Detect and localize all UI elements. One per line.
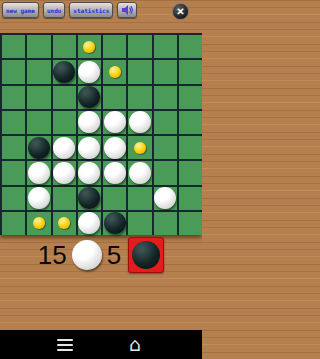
- white-stone: [78, 61, 100, 83]
- cell-a5[interactable]: [2, 136, 25, 159]
- speaker-icon: [121, 4, 133, 17]
- black-score-count: 5: [107, 242, 121, 268]
- cell-e6[interactable]: [103, 161, 126, 184]
- cell-f2[interactable]: [128, 60, 151, 83]
- hamburger-menu-icon: [57, 339, 73, 351]
- cell-b5[interactable]: [27, 136, 50, 159]
- legal-move-hint: [33, 217, 45, 229]
- white-stone: [78, 137, 100, 159]
- cell-a2[interactable]: [2, 60, 25, 83]
- cell-b4[interactable]: [27, 111, 50, 134]
- cell-h5[interactable]: [179, 136, 202, 159]
- close-icon: ✕: [176, 7, 184, 17]
- top-toolbar: new game undo statistics ✕: [0, 0, 202, 33]
- black-stone: [53, 61, 75, 83]
- cell-f4[interactable]: [128, 111, 151, 134]
- cell-f3[interactable]: [128, 86, 151, 109]
- sound-button[interactable]: [117, 2, 137, 18]
- legal-move-hint: [134, 142, 146, 154]
- cell-g2[interactable]: [154, 60, 177, 83]
- cell-h2[interactable]: [179, 60, 202, 83]
- black-stone: [78, 187, 100, 209]
- cell-b8[interactable]: [27, 212, 50, 235]
- legal-move-hint: [83, 41, 95, 53]
- cell-d3[interactable]: [78, 86, 101, 109]
- cell-g6[interactable]: [154, 161, 177, 184]
- cell-h8[interactable]: [179, 212, 202, 235]
- white-stone: [28, 162, 50, 184]
- black-stone: [28, 137, 50, 159]
- cell-g3[interactable]: [154, 86, 177, 109]
- cell-f7[interactable]: [128, 187, 151, 210]
- cell-h7[interactable]: [179, 187, 202, 210]
- new-game-button[interactable]: new game: [2, 2, 39, 18]
- white-stone: [104, 137, 126, 159]
- statistics-button[interactable]: statistics: [69, 2, 113, 18]
- turn-indicator: [128, 237, 164, 273]
- white-stone: [53, 162, 75, 184]
- cell-a6[interactable]: [2, 161, 25, 184]
- cell-a4[interactable]: [2, 111, 25, 134]
- cell-g5[interactable]: [154, 136, 177, 159]
- cell-f1[interactable]: [128, 35, 151, 58]
- legal-move-hint: [109, 66, 121, 78]
- undo-button[interactable]: undo: [43, 2, 65, 18]
- cell-f5[interactable]: [128, 136, 151, 159]
- white-stone: [129, 162, 151, 184]
- cell-f8[interactable]: [128, 212, 151, 235]
- cell-b3[interactable]: [27, 86, 50, 109]
- cell-c6[interactable]: [53, 161, 76, 184]
- cell-e7[interactable]: [103, 187, 126, 210]
- cell-c5[interactable]: [53, 136, 76, 159]
- android-nav-bar: ⌂: [0, 330, 202, 359]
- white-stone: [129, 111, 151, 133]
- cell-a7[interactable]: [2, 187, 25, 210]
- white-stone: [78, 111, 100, 133]
- white-stone: [104, 111, 126, 133]
- cell-h4[interactable]: [179, 111, 202, 134]
- cell-f6[interactable]: [128, 161, 151, 184]
- legal-move-hint: [58, 217, 70, 229]
- close-button[interactable]: ✕: [172, 3, 189, 20]
- cell-h1[interactable]: [179, 35, 202, 58]
- cell-d6[interactable]: [78, 161, 101, 184]
- cell-d8[interactable]: [78, 212, 101, 235]
- cell-d7[interactable]: [78, 187, 101, 210]
- cell-d5[interactable]: [78, 136, 101, 159]
- cell-e4[interactable]: [103, 111, 126, 134]
- cell-a3[interactable]: [2, 86, 25, 109]
- white-stone: [104, 162, 126, 184]
- cell-b7[interactable]: [27, 187, 50, 210]
- cell-c4[interactable]: [53, 111, 76, 134]
- cell-d2[interactable]: [78, 60, 101, 83]
- cell-c3[interactable]: [53, 86, 76, 109]
- home-icon: ⌂: [129, 335, 141, 354]
- white-stone: [78, 162, 100, 184]
- menu-button[interactable]: [0, 330, 101, 359]
- white-stone: [53, 137, 75, 159]
- cell-e3[interactable]: [103, 86, 126, 109]
- cell-e2[interactable]: [103, 60, 126, 83]
- cell-a1[interactable]: [2, 35, 25, 58]
- white-stone: [78, 212, 100, 234]
- white-stone: [154, 187, 176, 209]
- home-button[interactable]: ⌂: [101, 330, 202, 359]
- cell-g8[interactable]: [154, 212, 177, 235]
- black-stone: [104, 212, 126, 234]
- cell-h3[interactable]: [179, 86, 202, 109]
- cell-h6[interactable]: [179, 161, 202, 184]
- cell-c8[interactable]: [53, 212, 76, 235]
- white-score-count: 15: [38, 242, 67, 268]
- white-stone: [28, 187, 50, 209]
- game-board: [0, 33, 202, 235]
- black-stone: [78, 86, 100, 108]
- cell-c1[interactable]: [53, 35, 76, 58]
- cell-g4[interactable]: [154, 111, 177, 134]
- cell-e8[interactable]: [103, 212, 126, 235]
- cell-e5[interactable]: [103, 136, 126, 159]
- cell-g1[interactable]: [154, 35, 177, 58]
- cell-e1[interactable]: [103, 35, 126, 58]
- cell-b6[interactable]: [27, 161, 50, 184]
- cell-g7[interactable]: [154, 187, 177, 210]
- cell-a8[interactable]: [2, 212, 25, 235]
- black-score-stone: [132, 241, 160, 269]
- cell-c2[interactable]: [53, 60, 76, 83]
- score-bar: 15 5: [0, 237, 202, 273]
- cell-b2[interactable]: [27, 60, 50, 83]
- cell-c7[interactable]: [53, 187, 76, 210]
- white-score-stone: [72, 240, 102, 270]
- cell-d1[interactable]: [78, 35, 101, 58]
- cell-b1[interactable]: [27, 35, 50, 58]
- cell-d4[interactable]: [78, 111, 101, 134]
